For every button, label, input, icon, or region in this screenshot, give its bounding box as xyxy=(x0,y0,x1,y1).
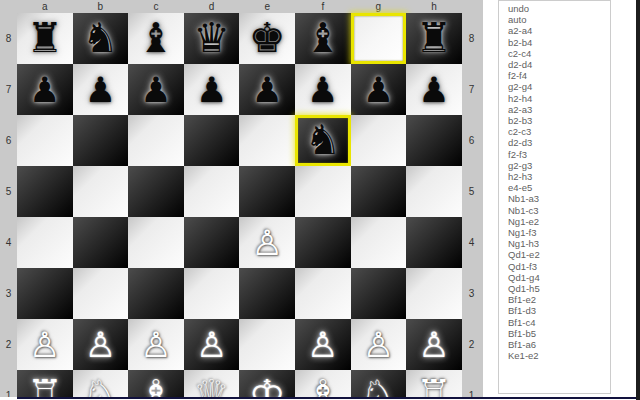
square-d7[interactable]: ♟ xyxy=(184,64,240,115)
square-d5[interactable] xyxy=(184,166,240,217)
square-a6[interactable] xyxy=(17,115,73,166)
square-d6[interactable] xyxy=(184,115,240,166)
move-option-b2-b3[interactable]: b2-b3 xyxy=(508,115,610,126)
move-option-Qd1-e2[interactable]: Qd1-e2 xyxy=(508,249,610,260)
black-pawn[interactable]: ♟ xyxy=(29,72,60,107)
move-option-c2-c3[interactable]: c2-c3 xyxy=(508,126,610,137)
square-g2[interactable]: ♙ xyxy=(351,319,407,370)
move-option-Ng1-f3[interactable]: Ng1-f3 xyxy=(508,227,610,238)
square-c8[interactable]: ♝ xyxy=(128,13,184,64)
white-rook[interactable]: ♖ xyxy=(26,375,63,397)
square-h1[interactable]: ♖ xyxy=(406,370,462,397)
square-a3[interactable] xyxy=(17,268,73,319)
move-option-Bf1-a6[interactable]: Bf1-a6 xyxy=(508,339,610,350)
board-bottom-border-line xyxy=(17,397,640,399)
square-f6[interactable]: ♞ xyxy=(295,115,351,166)
square-a4[interactable] xyxy=(17,217,73,268)
move-option-g2-g4[interactable]: g2-g4 xyxy=(508,81,610,92)
black-queen[interactable]: ♛ xyxy=(193,18,230,59)
chessboard: ♜♞♝♛♚♝♜♟♟♟♟♟♟♟♟♞♙♙♙♙♙♙♙♙♖♘♗♕♔♗♘♖ xyxy=(17,13,462,397)
white-pawn[interactable]: ♙ xyxy=(140,327,171,362)
square-b8[interactable]: ♞ xyxy=(73,13,129,64)
square-e8[interactable]: ♚ xyxy=(239,13,295,64)
black-king[interactable]: ♚ xyxy=(249,18,286,59)
square-d2[interactable]: ♙ xyxy=(184,319,240,370)
move-option-b2-b4[interactable]: b2-b4 xyxy=(508,37,610,48)
square-f8[interactable]: ♝ xyxy=(295,13,351,64)
square-c7[interactable]: ♟ xyxy=(128,64,184,115)
file-label-e: e xyxy=(239,0,295,13)
square-a2[interactable]: ♙ xyxy=(17,319,73,370)
black-knight[interactable]: ♞ xyxy=(304,120,341,161)
square-e4[interactable]: ♙ xyxy=(239,217,295,268)
move-option-Bf1-b5[interactable]: Bf1-b5 xyxy=(508,328,610,339)
square-f4[interactable] xyxy=(295,217,351,268)
square-c2[interactable]: ♙ xyxy=(128,319,184,370)
rank-label-7: 7 xyxy=(0,64,17,115)
file-label-b: b xyxy=(73,0,129,13)
square-d4[interactable] xyxy=(184,217,240,268)
black-knight[interactable]: ♞ xyxy=(82,18,119,59)
move-option-Nb1-a3[interactable]: Nb1-a3 xyxy=(508,193,610,204)
move-option-f2-f3[interactable]: f2-f3 xyxy=(508,149,610,160)
square-b6[interactable] xyxy=(73,115,129,166)
square-a1[interactable]: ♖ xyxy=(17,370,73,397)
square-h8[interactable]: ♜ xyxy=(406,13,462,64)
white-knight[interactable]: ♘ xyxy=(360,375,397,397)
rank-label-2: 2 xyxy=(461,319,482,370)
move-option-Bf1-c4[interactable]: Bf1-c4 xyxy=(508,317,610,328)
undo-button[interactable]: undo xyxy=(508,3,610,14)
black-pawn[interactable]: ♟ xyxy=(251,72,282,107)
white-pawn[interactable]: ♙ xyxy=(307,327,338,362)
white-king[interactable]: ♔ xyxy=(249,375,286,397)
move-option-d2-d3[interactable]: d2-d3 xyxy=(508,137,610,148)
rank-label-3: 3 xyxy=(461,268,482,319)
move-option-h2-h3[interactable]: h2-h3 xyxy=(508,171,610,182)
square-f2[interactable]: ♙ xyxy=(295,319,351,370)
square-a7[interactable]: ♟ xyxy=(17,64,73,115)
move-option-Nb1-c3[interactable]: Nb1-c3 xyxy=(508,205,610,216)
rank-labels-right: 87654321 xyxy=(461,13,482,397)
square-e1[interactable]: ♔ xyxy=(239,370,295,397)
file-label-c: c xyxy=(128,0,184,13)
square-c1[interactable]: ♗ xyxy=(128,370,184,397)
square-c3[interactable] xyxy=(128,268,184,319)
black-pawn[interactable]: ♟ xyxy=(85,72,116,107)
square-h5[interactable] xyxy=(406,166,462,217)
square-b5[interactable] xyxy=(73,166,129,217)
rank-label-7: 7 xyxy=(461,64,482,115)
move-list: undoautoa2-a4b2-b4c2-c4d2-d4f2-f4g2-g4h2… xyxy=(508,3,610,362)
square-f3[interactable] xyxy=(295,268,351,319)
rank-label-1: 1 xyxy=(461,370,482,397)
rank-label-6: 6 xyxy=(461,115,482,166)
square-h2[interactable]: ♙ xyxy=(406,319,462,370)
rank-label-4: 4 xyxy=(0,217,17,268)
square-f7[interactable]: ♟ xyxy=(295,64,351,115)
black-pawn[interactable]: ♟ xyxy=(418,72,449,107)
move-option-Ke1-e2[interactable]: Ke1-e2 xyxy=(508,350,610,361)
rank-labels-left: 87654321 xyxy=(0,13,17,397)
black-pawn[interactable]: ♟ xyxy=(363,72,394,107)
black-pawn[interactable]: ♟ xyxy=(307,72,338,107)
move-option-e4-e5[interactable]: e4-e5 xyxy=(508,182,610,193)
square-a5[interactable] xyxy=(17,166,73,217)
square-b3[interactable] xyxy=(73,268,129,319)
rank-label-5: 5 xyxy=(461,166,482,217)
white-queen[interactable]: ♕ xyxy=(193,375,230,397)
move-option-Qd1-f3[interactable]: Qd1-f3 xyxy=(508,261,610,272)
move-option-Bf1-e2[interactable]: Bf1-e2 xyxy=(508,294,610,305)
rank-label-8: 8 xyxy=(0,13,17,64)
white-pawn[interactable]: ♙ xyxy=(418,327,449,362)
white-knight[interactable]: ♘ xyxy=(82,375,119,397)
square-g5[interactable] xyxy=(351,166,407,217)
square-g8[interactable] xyxy=(351,13,407,64)
square-c5[interactable] xyxy=(128,166,184,217)
rank-label-8: 8 xyxy=(461,13,482,64)
white-pawn[interactable]: ♙ xyxy=(251,225,282,260)
rank-label-5: 5 xyxy=(0,166,17,217)
move-option-Qd1-g4[interactable]: Qd1-g4 xyxy=(508,272,610,283)
square-g4[interactable] xyxy=(351,217,407,268)
square-b1[interactable]: ♘ xyxy=(73,370,129,397)
square-g3[interactable] xyxy=(351,268,407,319)
move-option-Ng1-e2[interactable]: Ng1-e2 xyxy=(508,216,610,227)
white-bishop[interactable]: ♗ xyxy=(138,375,175,397)
white-pawn[interactable]: ♙ xyxy=(196,327,227,362)
black-bishop[interactable]: ♝ xyxy=(138,18,175,59)
square-g1[interactable]: ♘ xyxy=(351,370,407,397)
move-option-Ng1-h3[interactable]: Ng1-h3 xyxy=(508,238,610,249)
white-pawn[interactable]: ♙ xyxy=(363,327,394,362)
black-rook[interactable]: ♜ xyxy=(416,18,453,59)
file-label-d: d xyxy=(184,0,240,13)
right-frame-border-line xyxy=(636,0,640,400)
chessboard-frame: abcdefgh 87654321 87654321 ♜♞♝♛♚♝♜♟♟♟♟♟♟… xyxy=(0,0,483,397)
move-option-a2-a3[interactable]: a2-a3 xyxy=(508,104,610,115)
square-b7[interactable]: ♟ xyxy=(73,64,129,115)
square-c6[interactable] xyxy=(128,115,184,166)
file-label-g: g xyxy=(351,0,407,13)
auto-button[interactable]: auto xyxy=(508,14,610,25)
file-label-a: a xyxy=(17,0,73,13)
square-b4[interactable] xyxy=(73,217,129,268)
rank-label-3: 3 xyxy=(0,268,17,319)
square-f5[interactable] xyxy=(295,166,351,217)
move-option-h2-h4[interactable]: h2-h4 xyxy=(508,93,610,104)
square-c4[interactable] xyxy=(128,217,184,268)
file-label-f: f xyxy=(295,0,351,13)
square-e6[interactable] xyxy=(239,115,295,166)
square-b2[interactable]: ♙ xyxy=(73,319,129,370)
move-option-Bf1-d3[interactable]: Bf1-d3 xyxy=(508,305,610,316)
square-h3[interactable] xyxy=(406,268,462,319)
white-rook[interactable]: ♖ xyxy=(416,375,453,397)
square-e3[interactable] xyxy=(239,268,295,319)
file-label-h: h xyxy=(406,0,462,13)
rank-label-1: 1 xyxy=(0,370,17,397)
square-e7[interactable]: ♟ xyxy=(239,64,295,115)
square-h7[interactable]: ♟ xyxy=(406,64,462,115)
square-a8[interactable]: ♜ xyxy=(17,13,73,64)
square-g6[interactable] xyxy=(351,115,407,166)
move-list-panel: undoautoa2-a4b2-b4c2-c4d2-d4f2-f4g2-g4h2… xyxy=(498,0,611,394)
square-h6[interactable] xyxy=(406,115,462,166)
white-pawn[interactable]: ♙ xyxy=(85,327,116,362)
square-f1[interactable]: ♗ xyxy=(295,370,351,397)
rank-label-2: 2 xyxy=(0,319,17,370)
file-labels: abcdefgh xyxy=(17,0,462,13)
black-pawn[interactable]: ♟ xyxy=(196,72,227,107)
black-rook[interactable]: ♜ xyxy=(26,18,63,59)
square-d1[interactable]: ♕ xyxy=(184,370,240,397)
square-d8[interactable]: ♛ xyxy=(184,13,240,64)
move-option-c2-c4[interactable]: c2-c4 xyxy=(508,48,610,59)
move-option-f2-f4[interactable]: f2-f4 xyxy=(508,70,610,81)
square-e5[interactable] xyxy=(239,166,295,217)
white-pawn[interactable]: ♙ xyxy=(29,327,60,362)
square-h4[interactable] xyxy=(406,217,462,268)
move-option-Qd1-h5[interactable]: Qd1-h5 xyxy=(508,283,610,294)
rank-label-4: 4 xyxy=(461,217,482,268)
move-option-a2-a4[interactable]: a2-a4 xyxy=(508,25,610,36)
black-bishop[interactable]: ♝ xyxy=(304,18,341,59)
move-option-g2-g3[interactable]: g2-g3 xyxy=(508,160,610,171)
rank-label-6: 6 xyxy=(0,115,17,166)
square-d3[interactable] xyxy=(184,268,240,319)
square-e2[interactable] xyxy=(239,319,295,370)
move-option-d2-d4[interactable]: d2-d4 xyxy=(508,59,610,70)
square-g7[interactable]: ♟ xyxy=(351,64,407,115)
white-bishop[interactable]: ♗ xyxy=(304,375,341,397)
black-pawn[interactable]: ♟ xyxy=(140,72,171,107)
